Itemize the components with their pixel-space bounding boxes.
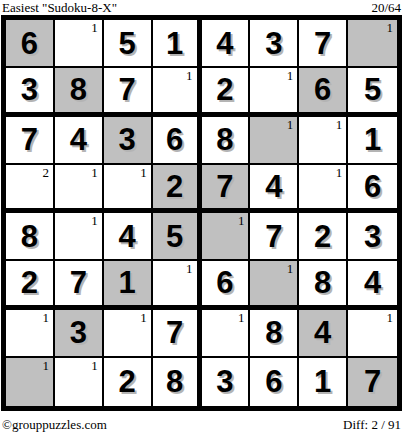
header: Easiest "Sudoku-8-X" 20/64 xyxy=(1,0,402,15)
cell-r7c7[interactable]: 4 xyxy=(299,310,348,358)
given-digit: 7 xyxy=(119,74,136,105)
pencil-mark: 1 xyxy=(42,359,49,373)
given-digit: 3 xyxy=(364,221,381,252)
cell-r3c2[interactable]: 4 xyxy=(55,117,104,165)
given-digit: 4 xyxy=(70,124,87,155)
cell-r3c5[interactable]: 8 xyxy=(202,117,251,165)
cell-r7c8[interactable]: 1 xyxy=(348,310,397,358)
cell-r3c8[interactable]: 1 xyxy=(348,117,397,165)
given-digit: 3 xyxy=(119,124,136,155)
given-digit: 8 xyxy=(21,221,38,252)
cell-r1c7[interactable]: 7 xyxy=(299,20,348,68)
cell-r8c4[interactable]: 8 xyxy=(153,358,202,406)
cell-r1c5[interactable]: 4 xyxy=(202,20,251,68)
cell-r6c3[interactable]: 1 xyxy=(104,261,153,309)
cell-r2c3[interactable]: 7 xyxy=(104,68,153,116)
given-digit: 4 xyxy=(119,221,136,252)
sudoku-board: 6151437138712165743681112112741681451723… xyxy=(1,15,402,411)
pencil-mark: 1 xyxy=(387,311,394,325)
cell-r6c7[interactable]: 8 xyxy=(299,261,348,309)
cell-r1c1[interactable]: 6 xyxy=(6,20,55,68)
given-digit: 7 xyxy=(166,317,183,348)
given-digit: 6 xyxy=(265,366,282,397)
pencil-mark: 1 xyxy=(91,214,98,228)
cell-r7c3[interactable]: 1 xyxy=(104,310,153,358)
cell-r3c7[interactable]: 1 xyxy=(299,117,348,165)
cell-r8c5[interactable]: 3 xyxy=(202,358,251,406)
pencil-mark: 1 xyxy=(186,262,193,276)
given-digit: 1 xyxy=(166,28,183,59)
cell-r5c8[interactable]: 3 xyxy=(348,213,397,261)
cell-r2c5[interactable]: 2 xyxy=(202,68,251,116)
given-digit: 6 xyxy=(21,28,38,59)
puzzle-page: Easiest "Sudoku-8-X" 20/64 6151437138712… xyxy=(0,0,403,437)
pencil-mark: 1 xyxy=(91,166,98,180)
cell-r5c5[interactable]: 1 xyxy=(202,213,251,261)
given-digit: 8 xyxy=(166,366,183,397)
cell-r4c3[interactable]: 1 xyxy=(104,165,153,213)
cell-r3c3[interactable]: 3 xyxy=(104,117,153,165)
given-digit: 7 xyxy=(314,28,331,59)
pencil-mark: 1 xyxy=(336,118,343,132)
pencil-mark: 1 xyxy=(387,21,394,35)
cell-r5c6[interactable]: 7 xyxy=(250,213,299,261)
footer: ©grouppuzzles.com Diff: 2 / 91 xyxy=(1,411,402,433)
cell-r6c8[interactable]: 4 xyxy=(348,261,397,309)
cell-r1c2[interactable]: 1 xyxy=(55,20,104,68)
given-digit: 6 xyxy=(364,171,381,202)
copyright-text: ©grouppuzzles.com xyxy=(2,417,107,433)
given-digit: 5 xyxy=(364,74,381,105)
given-digit: 3 xyxy=(21,74,38,105)
given-digit: 6 xyxy=(314,74,331,105)
cell-r7c2[interactable]: 3 xyxy=(55,310,104,358)
cell-r1c8[interactable]: 1 xyxy=(348,20,397,68)
pencil-mark: 1 xyxy=(336,166,343,180)
given-digit: 1 xyxy=(364,124,381,155)
pencil-mark: 1 xyxy=(287,262,294,276)
pencil-mark: 1 xyxy=(238,214,245,228)
given-digit: 3 xyxy=(70,317,87,348)
pencil-mark: 1 xyxy=(140,311,147,325)
cell-r7c5[interactable]: 1 xyxy=(202,310,251,358)
cell-r6c5[interactable]: 6 xyxy=(202,261,251,309)
pencil-mark: 1 xyxy=(186,69,193,83)
given-digit: 4 xyxy=(216,28,233,59)
cell-r7c4[interactable]: 7 xyxy=(153,310,202,358)
cell-r4c7[interactable]: 1 xyxy=(299,165,348,213)
given-digit: 4 xyxy=(364,267,381,298)
cell-r7c1[interactable]: 1 xyxy=(6,310,55,358)
cell-r2c6[interactable]: 1 xyxy=(250,68,299,116)
given-digit: 7 xyxy=(21,124,38,155)
cell-r7c6[interactable]: 8 xyxy=(250,310,299,358)
given-digit: 4 xyxy=(314,317,331,348)
given-digit: 7 xyxy=(70,267,87,298)
cell-r8c1[interactable]: 1 xyxy=(6,358,55,406)
given-digit: 2 xyxy=(166,171,183,202)
pencil-mark: 1 xyxy=(287,118,294,132)
cell-r4c4[interactable]: 2 xyxy=(153,165,202,213)
given-digit: 5 xyxy=(119,28,136,59)
cell-r5c1[interactable]: 8 xyxy=(6,213,55,261)
cell-r2c1[interactable]: 3 xyxy=(6,68,55,116)
cell-r8c3[interactable]: 2 xyxy=(104,358,153,406)
cell-r1c6[interactable]: 3 xyxy=(250,20,299,68)
clue-counter: 20/64 xyxy=(371,1,401,15)
given-digit: 6 xyxy=(216,267,233,298)
given-digit: 2 xyxy=(119,366,136,397)
cell-r8c7[interactable]: 1 xyxy=(299,358,348,406)
cell-r6c4[interactable]: 1 xyxy=(153,261,202,309)
cell-r2c4[interactable]: 1 xyxy=(153,68,202,116)
cell-r2c8[interactable]: 5 xyxy=(348,68,397,116)
given-digit: 7 xyxy=(265,221,282,252)
given-digit: 2 xyxy=(21,267,38,298)
given-digit: 7 xyxy=(216,171,233,202)
cell-r5c4[interactable]: 5 xyxy=(153,213,202,261)
given-digit: 7 xyxy=(364,366,381,397)
pencil-mark: 1 xyxy=(91,21,98,35)
given-digit: 4 xyxy=(265,171,282,202)
cell-r2c7[interactable]: 6 xyxy=(299,68,348,116)
given-digit: 8 xyxy=(314,267,331,298)
cell-r8c2[interactable]: 1 xyxy=(55,358,104,406)
given-digit: 8 xyxy=(265,317,282,348)
pencil-mark: 1 xyxy=(287,69,294,83)
given-digit: 3 xyxy=(216,366,233,397)
given-digit: 1 xyxy=(314,366,331,397)
given-digit: 8 xyxy=(216,124,233,155)
pencil-mark: 1 xyxy=(42,311,49,325)
cell-r3c4[interactable]: 6 xyxy=(153,117,202,165)
cell-r1c3[interactable]: 5 xyxy=(104,20,153,68)
pencil-mark: 1 xyxy=(238,311,245,325)
cell-r4c8[interactable]: 6 xyxy=(348,165,397,213)
difficulty-text: Diff: 2 / 91 xyxy=(343,417,401,433)
cell-r3c6[interactable]: 1 xyxy=(250,117,299,165)
given-digit: 5 xyxy=(166,221,183,252)
pencil-mark: 1 xyxy=(91,359,98,373)
given-digit: 1 xyxy=(119,267,136,298)
given-digit: 3 xyxy=(265,28,282,59)
cell-r5c2[interactable]: 1 xyxy=(55,213,104,261)
cell-r2c2[interactable]: 8 xyxy=(55,68,104,116)
cell-r4c2[interactable]: 1 xyxy=(55,165,104,213)
cell-r5c7[interactable]: 2 xyxy=(299,213,348,261)
cell-r6c6[interactable]: 1 xyxy=(250,261,299,309)
cell-r6c2[interactable]: 7 xyxy=(55,261,104,309)
cell-r4c1[interactable]: 2 xyxy=(6,165,55,213)
cell-r4c5[interactable]: 7 xyxy=(202,165,251,213)
given-digit: 8 xyxy=(70,74,87,105)
cell-r6c1[interactable]: 2 xyxy=(6,261,55,309)
given-digit: 6 xyxy=(166,124,183,155)
cell-r3c1[interactable]: 7 xyxy=(6,117,55,165)
given-digit: 2 xyxy=(314,221,331,252)
given-digit: 2 xyxy=(216,74,233,105)
cell-r4c6[interactable]: 4 xyxy=(250,165,299,213)
cell-r1c4[interactable]: 1 xyxy=(153,20,202,68)
puzzle-title: Easiest "Sudoku-8-X" xyxy=(2,1,117,15)
pencil-mark: 2 xyxy=(42,166,49,180)
cell-r5c3[interactable]: 4 xyxy=(104,213,153,261)
cell-r8c8[interactable]: 7 xyxy=(348,358,397,406)
cell-r8c6[interactable]: 6 xyxy=(250,358,299,406)
pencil-mark: 1 xyxy=(140,166,147,180)
